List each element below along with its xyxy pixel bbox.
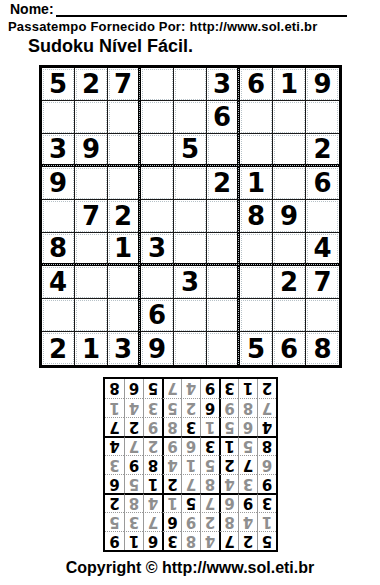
puzzle-cell-r8c4: 6 — [141, 299, 174, 332]
solution-cell-r8c4: 6 — [200, 398, 219, 417]
puzzle-cell-r2c3 — [108, 101, 141, 134]
puzzle-cell-r6c9: 4 — [306, 233, 339, 266]
solution-cell-r3c7: 4 — [143, 493, 162, 512]
solution-cell-r3c9: 2 — [105, 493, 124, 512]
solution-cell-r9c9: 8 — [105, 379, 124, 398]
puzzle-cell-r4c9: 6 — [306, 167, 339, 200]
solution-cell-r6c6: 9 — [162, 436, 181, 455]
puzzle-cell-r8c6 — [207, 299, 240, 332]
solution-cell-r3c6: 1 — [162, 493, 181, 512]
puzzle-cell-r4c2 — [75, 167, 108, 200]
solution-cell-r5c6: 4 — [162, 455, 181, 474]
solution-cell-r3c8: 8 — [124, 493, 143, 512]
name-label: Nome: — [10, 1, 54, 17]
solution-cell-r7c3: 5 — [219, 417, 238, 436]
puzzle-cell-r2c7 — [240, 101, 273, 134]
solution-cell-r2c1: 1 — [257, 512, 276, 531]
solution-cell-r4c8: 5 — [124, 474, 143, 493]
solution-cell-r2c9: 5 — [105, 512, 124, 531]
sudoku-worksheet-page: Nome: Passatempo Fornecido Por: http://w… — [0, 0, 380, 585]
solution-cell-r7c4: 1 — [200, 417, 219, 436]
solution-cell-r3c4: 7 — [200, 493, 219, 512]
puzzle-cell-r8c7 — [240, 299, 273, 332]
puzzle-cell-r1c8: 1 — [273, 68, 306, 101]
solution-cell-r9c2: 1 — [238, 379, 257, 398]
solution-cell-r9c5: 4 — [181, 379, 200, 398]
solution-cell-r2c5: 9 — [181, 512, 200, 531]
puzzle-cell-r1c2: 2 — [75, 68, 108, 101]
solution-cell-r4c3: 4 — [219, 474, 238, 493]
puzzle-cell-r9c3: 3 — [108, 332, 141, 365]
puzzle-cell-r1c4 — [141, 68, 174, 101]
puzzle-cell-r2c1 — [42, 101, 75, 134]
solution-cell-r8c2: 8 — [238, 398, 257, 417]
puzzle-cell-r2c8 — [273, 101, 306, 134]
solution-cell-r1c2: 2 — [238, 531, 257, 550]
solution-cell-r8c8: 4 — [124, 398, 143, 417]
solution-cell-r7c7: 9 — [143, 417, 162, 436]
puzzle-cell-r5c4 — [141, 200, 174, 233]
puzzle-cell-r5c3: 2 — [108, 200, 141, 233]
solution-cell-r9c7: 5 — [143, 379, 162, 398]
solution-cell-r7c5: 3 — [181, 417, 200, 436]
puzzle-cell-r3c8 — [273, 134, 306, 167]
puzzle-cell-r7c9: 7 — [306, 266, 339, 299]
solution-cell-r3c2: 9 — [238, 493, 257, 512]
puzzle-cell-r3c7 — [240, 134, 273, 167]
solution-cell-r3c3: 6 — [219, 493, 238, 512]
puzzle-cell-r9c5 — [174, 332, 207, 365]
puzzle-cell-r4c4 — [141, 167, 174, 200]
solution-cell-r1c6: 3 — [162, 531, 181, 550]
puzzle-cell-r6c7 — [240, 233, 273, 266]
puzzle-cell-r9c7: 5 — [240, 332, 273, 365]
puzzle-cell-r5c1 — [42, 200, 75, 233]
solution-cell-r4c5: 7 — [181, 474, 200, 493]
solution-cell-r9c3: 3 — [219, 379, 238, 398]
solution-cell-r7c9: 7 — [105, 417, 124, 436]
puzzle-cell-r1c6: 3 — [207, 68, 240, 101]
puzzle-cell-r7c7 — [240, 266, 273, 299]
solution-cell-r9c1: 2 — [257, 379, 276, 398]
solution-cell-r6c1: 8 — [257, 436, 276, 455]
solution-cell-r6c5: 6 — [181, 436, 200, 455]
solution-cell-r9c6: 7 — [162, 379, 181, 398]
puzzle-cell-r8c1 — [42, 299, 75, 332]
puzzle-cell-r6c8 — [273, 233, 306, 266]
puzzle-cell-r6c1: 8 — [42, 233, 75, 266]
solution-cell-r5c1: 6 — [257, 455, 276, 474]
solution-cell-r2c2: 4 — [238, 512, 257, 531]
solution-cell-r1c7: 6 — [143, 531, 162, 550]
solution-cell-r4c4: 8 — [200, 474, 219, 493]
solution-cell-r8c3: 9 — [219, 398, 238, 417]
puzzle-cell-r6c5 — [174, 233, 207, 266]
puzzle-cell-r8c8 — [273, 299, 306, 332]
puzzle-cell-r6c6 — [207, 233, 240, 266]
solution-cell-r8c1: 7 — [257, 398, 276, 417]
puzzle-cell-r4c5 — [174, 167, 207, 200]
puzzle-cell-r1c9: 9 — [306, 68, 339, 101]
puzzle-cell-r2c6: 6 — [207, 101, 240, 134]
puzzle-cell-r2c9 — [306, 101, 339, 134]
puzzle-cell-r5c2: 7 — [75, 200, 108, 233]
puzzle-cell-r1c7: 6 — [240, 68, 273, 101]
solution-cell-r9c8: 6 — [124, 379, 143, 398]
puzzle-cell-r7c1: 4 — [42, 266, 75, 299]
solution-cell-r6c8: 7 — [124, 436, 143, 455]
solution-cell-r1c3: 7 — [219, 531, 238, 550]
puzzle-cell-r7c8: 2 — [273, 266, 306, 299]
name-row: Nome: — [10, 1, 347, 17]
solution-cell-r2c7: 7 — [143, 512, 162, 531]
puzzle-cell-r9c8: 6 — [273, 332, 306, 365]
puzzle-cell-r3c5: 5 — [174, 134, 207, 167]
puzzle-cell-r7c5: 3 — [174, 266, 207, 299]
puzzle-cell-r1c5 — [174, 68, 207, 101]
puzzle-cell-r5c7: 8 — [240, 200, 273, 233]
puzzle-cell-r1c1: 5 — [42, 68, 75, 101]
solution-cell-r8c7: 3 — [143, 398, 162, 417]
puzzle-cell-r9c1: 2 — [42, 332, 75, 365]
copyright-line: Copyright © http://www.sol.eti.br — [0, 559, 380, 577]
solution-cell-r6c2: 5 — [238, 436, 257, 455]
puzzle-cell-r5c6 — [207, 200, 240, 233]
provider-line: Passatempo Fornecido Por: http://www.sol… — [8, 19, 317, 34]
solution-cell-r5c7: 8 — [143, 455, 162, 474]
solution-cell-r1c8: 1 — [124, 531, 143, 550]
puzzle-cell-r3c6 — [207, 134, 240, 167]
puzzle-cell-r4c3 — [108, 167, 141, 200]
solution-cell-r4c7: 1 — [143, 474, 162, 493]
puzzle-cell-r2c2 — [75, 101, 108, 134]
solution-cell-r8c5: 2 — [181, 398, 200, 417]
puzzle-cell-r4c8 — [273, 167, 306, 200]
puzzle-cell-r7c4 — [141, 266, 174, 299]
solution-cell-r2c4: 2 — [200, 512, 219, 531]
sudoku-puzzle-grid: 527361963952921672898134432762139568 — [39, 65, 342, 368]
puzzle-cell-r5c9 — [306, 200, 339, 233]
puzzle-cell-r8c5 — [174, 299, 207, 332]
name-fill-line — [56, 2, 347, 17]
puzzle-cell-r7c6 — [207, 266, 240, 299]
puzzle-cell-r7c3 — [108, 266, 141, 299]
solution-cell-r7c6: 8 — [162, 417, 181, 436]
solution-cell-r2c6: 6 — [162, 512, 181, 531]
puzzle-cell-r8c9 — [306, 299, 339, 332]
puzzle-cell-r5c8: 9 — [273, 200, 306, 233]
solution-cell-r2c8: 3 — [124, 512, 143, 531]
puzzle-cell-r2c5 — [174, 101, 207, 134]
solution-cell-r5c2: 7 — [238, 455, 257, 474]
puzzle-cell-r6c4: 3 — [141, 233, 174, 266]
solution-cell-r4c2: 3 — [238, 474, 257, 493]
puzzle-cell-r6c3: 1 — [108, 233, 141, 266]
puzzle-cell-r9c9: 8 — [306, 332, 339, 365]
puzzle-cell-r4c1: 9 — [42, 167, 75, 200]
solution-cell-r4c6: 2 — [162, 474, 181, 493]
puzzle-cell-r9c2: 1 — [75, 332, 108, 365]
puzzle-cell-r6c2 — [75, 233, 108, 266]
solution-cell-r7c1: 4 — [257, 417, 276, 436]
puzzle-cell-r3c9: 2 — [306, 134, 339, 167]
solution-cell-r5c8: 9 — [124, 455, 143, 474]
solution-cell-r4c9: 6 — [105, 474, 124, 493]
solution-cell-r5c4: 5 — [200, 455, 219, 474]
solution-cell-r2c3: 8 — [219, 512, 238, 531]
puzzle-cell-r4c6: 2 — [207, 167, 240, 200]
puzzle-cell-r4c7: 1 — [240, 167, 273, 200]
solution-cell-r1c5: 8 — [181, 531, 200, 550]
solution-cell-r6c4: 3 — [200, 436, 219, 455]
solution-cell-r8c6: 5 — [162, 398, 181, 417]
solution-cell-r1c4: 4 — [200, 531, 219, 550]
solution-cell-r3c1: 3 — [257, 493, 276, 512]
solution-cell-r5c5: 1 — [181, 455, 200, 474]
solution-cell-r6c3: 1 — [219, 436, 238, 455]
puzzle-cell-r7c2 — [75, 266, 108, 299]
solution-cell-r7c2: 6 — [238, 417, 257, 436]
solution-cell-r8c9: 1 — [105, 398, 124, 417]
puzzle-cell-r3c4 — [141, 134, 174, 167]
solution-cell-r3c5: 5 — [181, 493, 200, 512]
puzzle-cell-r1c3: 7 — [108, 68, 141, 101]
puzzle-cell-r8c3 — [108, 299, 141, 332]
solution-cell-r4c1: 9 — [257, 474, 276, 493]
solution-cell-r1c1: 5 — [257, 531, 276, 550]
puzzle-cell-r8c2 — [75, 299, 108, 332]
page-title: Sudoku Nível Fácil. — [28, 36, 193, 57]
puzzle-cell-r9c4: 9 — [141, 332, 174, 365]
sudoku-solution-grid-rotated: 5274836191482967353967514829348721566725… — [103, 377, 278, 552]
solution-cell-r5c9: 3 — [105, 455, 124, 474]
solution-cell-r6c7: 2 — [143, 436, 162, 455]
puzzle-cell-r3c2: 9 — [75, 134, 108, 167]
solution-cell-r9c4: 9 — [200, 379, 219, 398]
solution-cell-r5c3: 2 — [219, 455, 238, 474]
puzzle-cell-r2c4 — [141, 101, 174, 134]
solution-cell-r1c9: 9 — [105, 531, 124, 550]
solution-cell-r6c9: 4 — [105, 436, 124, 455]
puzzle-cell-r3c3 — [108, 134, 141, 167]
puzzle-cell-r9c6 — [207, 332, 240, 365]
puzzle-cell-r5c5 — [174, 200, 207, 233]
solution-cell-r7c8: 2 — [124, 417, 143, 436]
puzzle-cell-r3c1: 3 — [42, 134, 75, 167]
